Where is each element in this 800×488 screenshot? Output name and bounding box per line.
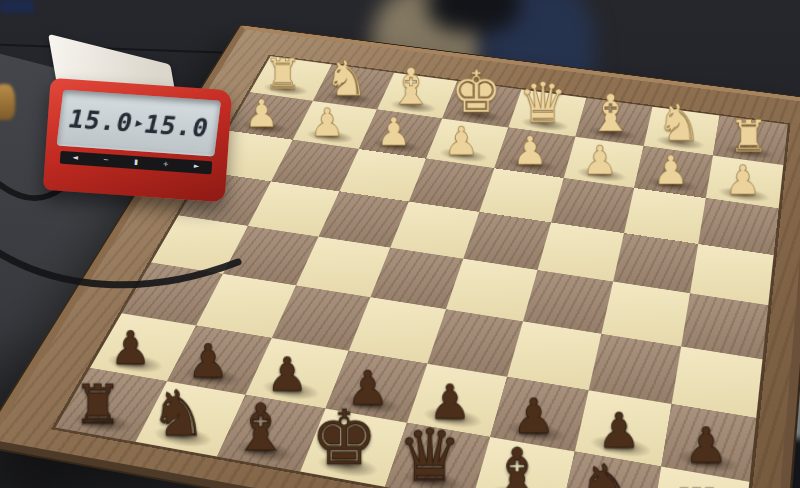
piece-black-pawn[interactable]: ♟ [597,407,641,456]
piece-black-rook[interactable]: ♜ [73,377,122,432]
turn-indicator-icon: ▶ [134,118,143,128]
square-f8[interactable]: ♝ [217,395,325,472]
square-f4[interactable] [318,191,408,247]
piece-white-pawn[interactable]: ♟ [652,151,688,191]
piece-white-pawn[interactable]: ♟ [244,95,278,133]
piece-white-knight[interactable]: ♞ [324,54,368,103]
chess-clock: 15.0 ▶ 15.0 ◄ − ▮ + ► [42,45,236,213]
square-d8[interactable]: ♛ [385,423,490,488]
piece-black-bishop[interactable]: ♝ [486,440,546,488]
piece-white-knight[interactable]: ♞ [656,98,701,149]
square-c5[interactable] [523,270,613,334]
piece-black-queen[interactable]: ♛ [397,419,462,488]
piece-white-pawn[interactable]: ♟ [443,122,478,161]
clock-display: 15.0 ▶ 15.0 [57,90,221,157]
clock-plus-button-icon[interactable]: + [163,161,169,168]
piece-white-pawn[interactable]: ♟ [512,131,547,170]
square-b3[interactable] [624,188,706,244]
square-e3[interactable] [409,159,495,212]
clock-back-button-icon[interactable]: ◄ [72,155,78,162]
piece-white-king[interactable]: ♚ [450,63,502,121]
piece-white-bishop[interactable]: ♝ [587,88,633,139]
square-g8[interactable]: ♞ [136,381,246,456]
piece-white-queen[interactable]: ♛ [518,75,568,130]
clock-body: 15.0 ▶ 15.0 ◄ − ▮ + ► [43,78,232,202]
piece-black-bishop[interactable]: ♝ [231,395,289,460]
piece-black-knight[interactable]: ♞ [149,382,206,445]
square-c2[interactable]: ♟ [564,137,644,188]
clock-minus-button-icon[interactable]: − [103,157,109,164]
background-object [0,0,34,13]
square-d5[interactable] [446,259,538,322]
scene: ♜♞♝♚♛♝♞♜♟♟♟♟♟♟♟♟♟♟♟♟♟♟♟♟♜♞♝♚♛♝♞♜ 15.0 ▶ … [0,0,800,488]
clock-pause-button-icon[interactable]: ▮ [134,159,138,166]
piece-black-knight[interactable]: ♞ [576,456,636,488]
square-b5[interactable] [601,282,690,347]
clock-forward-button-icon[interactable]: ► [194,163,200,170]
piece-white-bishop[interactable]: ♝ [388,62,433,112]
piece-white-rook[interactable]: ♜ [728,113,768,158]
piece-white-pawn[interactable]: ♟ [309,104,344,143]
piece-white-rook[interactable]: ♜ [263,52,301,94]
piece-white-pawn[interactable]: ♟ [376,113,411,152]
piece-black-pawn[interactable]: ♟ [109,326,150,372]
clock-left-time: 15.0 [65,104,136,137]
piece-black-pawn[interactable]: ♟ [684,421,728,470]
piece-black-king[interactable]: ♚ [310,401,377,476]
clock-right-time: 15.0 [141,109,212,142]
piece-black-rook[interactable]: ♜ [670,480,723,488]
piece-white-pawn[interactable]: ♟ [582,141,618,181]
stray-piece-edge [0,84,15,120]
piece-white-pawn[interactable]: ♟ [724,160,760,200]
